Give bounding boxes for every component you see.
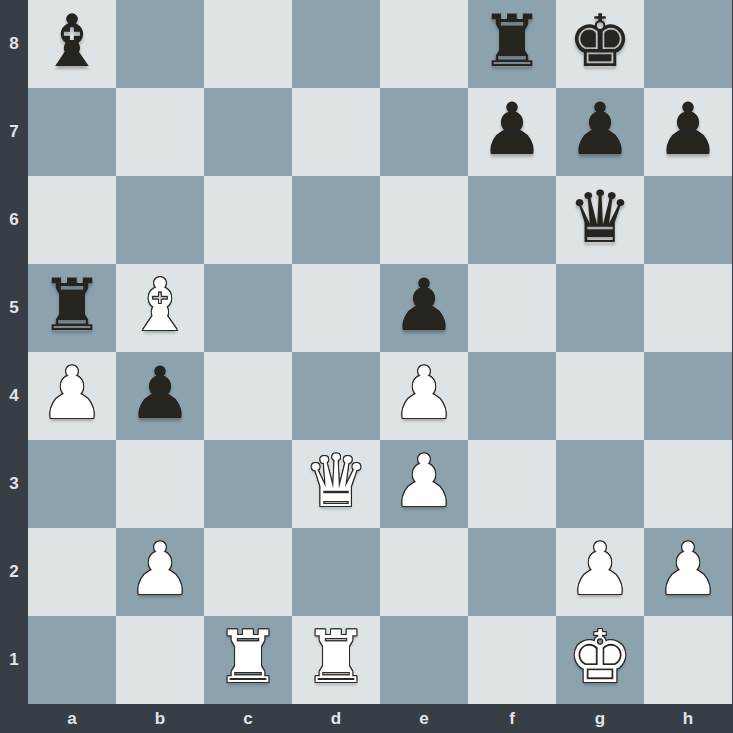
piece-white-pawn[interactable]: ♟ — [40, 357, 105, 429]
square-d6[interactable] — [292, 176, 380, 264]
square-f7[interactable]: ♟ — [468, 88, 556, 176]
square-a2[interactable] — [28, 528, 116, 616]
square-a5[interactable]: ♜ — [28, 264, 116, 352]
square-h3[interactable] — [644, 440, 732, 528]
square-c8[interactable] — [204, 0, 292, 88]
square-a8[interactable]: ♝ — [28, 0, 116, 88]
square-e7[interactable] — [380, 88, 468, 176]
rank-label-7: 7 — [0, 88, 28, 176]
rank-label-8: 8 — [0, 0, 28, 88]
piece-black-pawn[interactable]: ♟ — [392, 269, 457, 341]
square-f3[interactable] — [468, 440, 556, 528]
piece-white-pawn[interactable]: ♟ — [392, 357, 457, 429]
rank-label-4: 4 — [0, 352, 28, 440]
rank-label-5: 5 — [0, 264, 28, 352]
square-h5[interactable] — [644, 264, 732, 352]
square-d5[interactable] — [292, 264, 380, 352]
file-label-a: a — [28, 704, 116, 733]
square-a4[interactable]: ♟ — [28, 352, 116, 440]
square-f8[interactable]: ♜ — [468, 0, 556, 88]
square-f5[interactable] — [468, 264, 556, 352]
piece-white-rook[interactable]: ♜ — [216, 621, 281, 693]
square-a1[interactable] — [28, 616, 116, 704]
square-g5[interactable] — [556, 264, 644, 352]
piece-black-bishop[interactable]: ♝ — [40, 5, 105, 77]
square-g7[interactable]: ♟ — [556, 88, 644, 176]
file-label-c: c — [204, 704, 292, 733]
rank-label-2: 2 — [0, 528, 28, 616]
square-b2[interactable]: ♟ — [116, 528, 204, 616]
square-e6[interactable] — [380, 176, 468, 264]
square-a6[interactable] — [28, 176, 116, 264]
square-d1[interactable]: ♜ — [292, 616, 380, 704]
square-d7[interactable] — [292, 88, 380, 176]
square-a7[interactable] — [28, 88, 116, 176]
file-label-d: d — [292, 704, 380, 733]
square-g3[interactable] — [556, 440, 644, 528]
square-e2[interactable] — [380, 528, 468, 616]
square-e3[interactable]: ♟ — [380, 440, 468, 528]
piece-white-queen[interactable]: ♛ — [304, 445, 369, 517]
square-d4[interactable] — [292, 352, 380, 440]
file-label-f: f — [468, 704, 556, 733]
square-d8[interactable] — [292, 0, 380, 88]
piece-black-pawn[interactable]: ♟ — [480, 93, 545, 165]
square-b3[interactable] — [116, 440, 204, 528]
square-g8[interactable]: ♚ — [556, 0, 644, 88]
square-e5[interactable]: ♟ — [380, 264, 468, 352]
square-c7[interactable] — [204, 88, 292, 176]
chess-board[interactable]: ♝♜♚♟♟♟♛♜♝♟♟♟♟♛♟♟♟♟♜♜♚ — [28, 0, 732, 704]
piece-white-rook[interactable]: ♜ — [304, 621, 369, 693]
square-b6[interactable] — [116, 176, 204, 264]
file-label-e: e — [380, 704, 468, 733]
square-g2[interactable]: ♟ — [556, 528, 644, 616]
piece-white-king[interactable]: ♚ — [568, 621, 633, 693]
chess-board-frame: 87654321 ♝♜♚♟♟♟♛♜♝♟♟♟♟♛♟♟♟♟♜♜♚ abcdefgh — [0, 0, 733, 733]
piece-white-pawn[interactable]: ♟ — [128, 533, 193, 605]
square-e8[interactable] — [380, 0, 468, 88]
piece-black-king[interactable]: ♚ — [568, 5, 633, 77]
piece-black-pawn[interactable]: ♟ — [568, 93, 633, 165]
square-b1[interactable] — [116, 616, 204, 704]
square-f1[interactable] — [468, 616, 556, 704]
square-h2[interactable]: ♟ — [644, 528, 732, 616]
square-g1[interactable]: ♚ — [556, 616, 644, 704]
piece-white-pawn[interactable]: ♟ — [568, 533, 633, 605]
rank-label-6: 6 — [0, 176, 28, 264]
file-label-h: h — [644, 704, 732, 733]
rank-labels: 87654321 — [0, 0, 28, 704]
square-b4[interactable]: ♟ — [116, 352, 204, 440]
file-label-g: g — [556, 704, 644, 733]
square-g6[interactable]: ♛ — [556, 176, 644, 264]
square-c1[interactable]: ♜ — [204, 616, 292, 704]
square-d2[interactable] — [292, 528, 380, 616]
square-h4[interactable] — [644, 352, 732, 440]
piece-black-rook[interactable]: ♜ — [480, 5, 545, 77]
square-d3[interactable]: ♛ — [292, 440, 380, 528]
square-a3[interactable] — [28, 440, 116, 528]
piece-black-pawn[interactable]: ♟ — [656, 93, 721, 165]
square-c3[interactable] — [204, 440, 292, 528]
square-h8[interactable] — [644, 0, 732, 88]
square-e1[interactable] — [380, 616, 468, 704]
square-b7[interactable] — [116, 88, 204, 176]
piece-black-rook[interactable]: ♜ — [40, 269, 105, 341]
piece-black-queen[interactable]: ♛ — [568, 181, 633, 253]
square-f2[interactable] — [468, 528, 556, 616]
square-f4[interactable] — [468, 352, 556, 440]
square-c2[interactable] — [204, 528, 292, 616]
piece-white-pawn[interactable]: ♟ — [392, 445, 457, 517]
square-g4[interactable] — [556, 352, 644, 440]
piece-white-pawn[interactable]: ♟ — [656, 533, 721, 605]
square-b5[interactable]: ♝ — [116, 264, 204, 352]
rank-label-1: 1 — [0, 616, 28, 704]
square-h1[interactable] — [644, 616, 732, 704]
square-h6[interactable] — [644, 176, 732, 264]
square-c5[interactable] — [204, 264, 292, 352]
rank-label-3: 3 — [0, 440, 28, 528]
square-c4[interactable] — [204, 352, 292, 440]
file-labels: abcdefgh — [28, 704, 732, 733]
square-c6[interactable] — [204, 176, 292, 264]
square-h7[interactable]: ♟ — [644, 88, 732, 176]
square-f6[interactable] — [468, 176, 556, 264]
square-b8[interactable] — [116, 0, 204, 88]
square-e4[interactable]: ♟ — [380, 352, 468, 440]
piece-black-pawn[interactable]: ♟ — [128, 357, 193, 429]
file-label-b: b — [116, 704, 204, 733]
piece-white-bishop[interactable]: ♝ — [128, 269, 193, 341]
